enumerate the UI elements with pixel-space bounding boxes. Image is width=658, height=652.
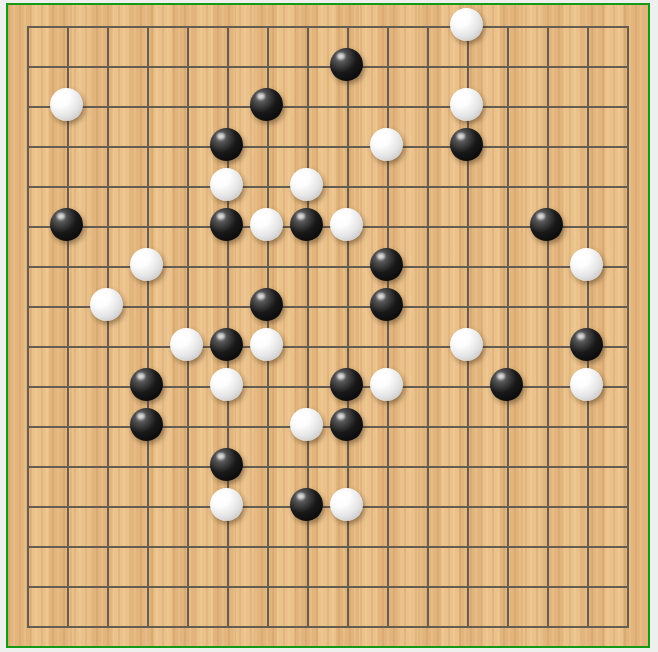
grid-line-horizontal — [27, 466, 629, 468]
stone-black[interactable] — [370, 248, 403, 281]
grid-line-vertical — [27, 26, 29, 628]
stone-white[interactable] — [290, 168, 323, 201]
grid-line-vertical — [387, 26, 389, 628]
stone-white[interactable] — [250, 208, 283, 241]
stone-black[interactable] — [130, 368, 163, 401]
stone-black[interactable] — [370, 288, 403, 321]
stone-black[interactable] — [210, 208, 243, 241]
go-board[interactable] — [6, 3, 650, 648]
stone-white[interactable] — [330, 208, 363, 241]
stone-black[interactable] — [530, 208, 563, 241]
stone-white[interactable] — [130, 248, 163, 281]
grid-line-vertical — [627, 26, 629, 628]
grid-line-vertical — [227, 26, 229, 628]
stone-white[interactable] — [90, 288, 123, 321]
grid-line-horizontal — [27, 506, 629, 508]
stone-black[interactable] — [290, 488, 323, 521]
grid-line-horizontal — [27, 626, 629, 628]
grid-line-vertical — [107, 26, 109, 628]
grid-line-horizontal — [27, 186, 629, 188]
grid-line-horizontal — [27, 106, 629, 108]
stone-white[interactable] — [290, 408, 323, 441]
grid-line-horizontal — [27, 266, 629, 268]
grid-line-horizontal — [27, 26, 629, 28]
grid-line-horizontal — [27, 586, 629, 588]
stone-white[interactable] — [210, 168, 243, 201]
grid-line-vertical — [547, 26, 549, 628]
stone-black[interactable] — [210, 448, 243, 481]
grid-line-horizontal — [27, 546, 629, 548]
grid-line-vertical — [307, 26, 309, 628]
stone-white[interactable] — [50, 88, 83, 121]
stone-black[interactable] — [210, 128, 243, 161]
stone-white[interactable] — [210, 368, 243, 401]
stone-white[interactable] — [450, 8, 483, 41]
stone-white[interactable] — [450, 88, 483, 121]
stone-white[interactable] — [250, 328, 283, 361]
stone-black[interactable] — [330, 48, 363, 81]
stone-white[interactable] — [370, 128, 403, 161]
grid-line-horizontal — [27, 386, 629, 388]
stone-black[interactable] — [210, 328, 243, 361]
grid-line-vertical — [187, 26, 189, 628]
grid-line-vertical — [507, 26, 509, 628]
grid-line-vertical — [147, 26, 149, 628]
stone-white[interactable] — [570, 368, 603, 401]
stone-black[interactable] — [490, 368, 523, 401]
stone-black[interactable] — [330, 368, 363, 401]
grid-line-vertical — [587, 26, 589, 628]
stone-black[interactable] — [330, 408, 363, 441]
stone-white[interactable] — [450, 328, 483, 361]
grid-line-horizontal — [27, 146, 629, 148]
grid-line-vertical — [427, 26, 429, 628]
grid-line-horizontal — [27, 346, 629, 348]
stone-black[interactable] — [130, 408, 163, 441]
grid-line-horizontal — [27, 66, 629, 68]
stone-black[interactable] — [290, 208, 323, 241]
stone-black[interactable] — [450, 128, 483, 161]
stone-black[interactable] — [250, 288, 283, 321]
stone-white[interactable] — [170, 328, 203, 361]
stone-black[interactable] — [570, 328, 603, 361]
stone-black[interactable] — [50, 208, 83, 241]
stone-white[interactable] — [210, 488, 243, 521]
stone-black[interactable] — [250, 88, 283, 121]
stone-white[interactable] — [570, 248, 603, 281]
grid-line-vertical — [347, 26, 349, 628]
grid-line-horizontal — [27, 426, 629, 428]
stone-white[interactable] — [330, 488, 363, 521]
stone-white[interactable] — [370, 368, 403, 401]
